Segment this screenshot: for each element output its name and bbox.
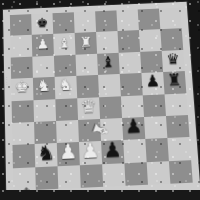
square-r8c2[interactable]	[35, 166, 58, 190]
square-r2c5[interactable]	[96, 31, 119, 53]
square-r1c3[interactable]	[53, 12, 75, 34]
square-r2c2[interactable]: ♟	[32, 34, 54, 56]
square-r5c1[interactable]	[12, 100, 34, 123]
square-r8c8[interactable]	[169, 160, 193, 184]
white-knight-c5[interactable]: ♞	[58, 77, 73, 93]
square-r3c5[interactable]: ♝	[97, 53, 120, 75]
square-r7c2[interactable]: ♞	[35, 143, 58, 167]
white-pawn-c2[interactable]: ♟	[59, 141, 78, 162]
square-r5c4[interactable]: ♛	[77, 97, 100, 120]
square-r5c5[interactable]	[99, 96, 122, 119]
black-king-b8[interactable]: ♚	[36, 16, 48, 29]
square-r1c5[interactable]	[95, 10, 117, 32]
white-pawn-d2[interactable]: ♟	[81, 140, 100, 161]
square-r3c8[interactable]: ♛	[162, 50, 185, 72]
square-r7c6[interactable]	[123, 139, 146, 163]
board-grid: ♚♟♝♜♝♛♚♞♞♟♜♛♝♟♞♟♟♟	[10, 8, 193, 191]
photo-stage: ♚♟♝♜♝♛♚♞♞♟♜♛♝♟♞♟♟♟ ❖ ····	[0, 0, 200, 200]
square-r7c3[interactable]: ♟	[57, 142, 80, 166]
square-r7c1[interactable]	[12, 144, 35, 168]
white-king-a5[interactable]: ♚	[15, 79, 30, 95]
black-rook-h5[interactable]: ♜	[167, 73, 182, 89]
square-r4c2[interactable]: ♞	[33, 77, 55, 100]
table-shadow	[0, 190, 200, 200]
square-r1c7[interactable]	[138, 9, 161, 31]
square-r7c7[interactable]	[145, 138, 169, 162]
square-r5c7[interactable]	[143, 94, 166, 117]
square-r1c6[interactable]	[116, 9, 139, 31]
square-r2c8[interactable]	[160, 29, 183, 51]
square-r8c7[interactable]	[147, 161, 171, 185]
white-bishop-c7[interactable]: ♝	[58, 36, 71, 50]
board-frame: ♚♟♝♜♝♛♚♞♞♟♜♛♝♟♞♟♟♟	[2, 1, 200, 200]
square-r3c1[interactable]	[11, 56, 33, 79]
square-r6c7[interactable]	[144, 116, 167, 139]
square-r4c6[interactable]	[120, 73, 143, 96]
square-r1c8[interactable]	[159, 8, 182, 30]
square-r6c6[interactable]: ♟	[122, 117, 145, 140]
black-pawn-g5[interactable]: ♟	[145, 74, 160, 90]
white-pawn-b7[interactable]: ♟	[36, 37, 49, 51]
board-edge-marking: ····	[4, 77, 9, 86]
black-queen-h6[interactable]: ♛	[166, 52, 180, 67]
black-pawn-f3[interactable]: ♟	[124, 116, 142, 136]
square-r2c7[interactable]	[139, 29, 162, 51]
square-r8c3[interactable]	[58, 165, 81, 189]
square-r4c5[interactable]	[98, 74, 121, 97]
square-r1c2[interactable]: ♚	[31, 13, 53, 35]
square-r8c6[interactable]	[124, 162, 148, 186]
chess-board: ♚♟♝♜♝♛♚♞♞♟♜♛♝♟♞♟♟♟ ❖ ····	[2, 1, 200, 200]
square-r2c6[interactable]	[118, 30, 141, 52]
square-r4c1[interactable]: ♚	[11, 78, 33, 101]
square-r3c3[interactable]	[54, 54, 76, 76]
square-r8c5[interactable]	[102, 163, 125, 187]
square-r4c3[interactable]: ♞	[55, 76, 78, 99]
black-knight-b2[interactable]: ♞	[37, 142, 56, 163]
square-r6c8[interactable]	[166, 115, 190, 138]
square-r7c4[interactable]: ♟	[79, 141, 102, 165]
black-bishop-e6[interactable]: ♝	[101, 55, 115, 70]
square-r3c4[interactable]	[75, 54, 98, 76]
square-r5c3[interactable]	[55, 98, 78, 121]
square-r2c1[interactable]	[10, 35, 32, 57]
square-r6c1[interactable]	[12, 122, 35, 145]
square-r7c5[interactable]: ♟	[101, 140, 124, 164]
white-rook-d7[interactable]: ♜	[79, 35, 92, 49]
square-r4c7[interactable]: ♟	[141, 72, 164, 95]
square-r1c1[interactable]	[10, 14, 32, 36]
square-r5c8[interactable]	[165, 93, 188, 116]
square-r2c4[interactable]: ♜	[75, 32, 97, 54]
square-r2c3[interactable]: ♝	[53, 33, 75, 55]
white-knight-b5[interactable]: ♞	[37, 78, 52, 94]
square-r4c8[interactable]: ♜	[163, 71, 186, 94]
white-queen-d4[interactable]: ♛	[80, 97, 97, 115]
square-r3c6[interactable]	[119, 52, 142, 74]
square-r3c2[interactable]	[32, 55, 54, 77]
black-pawn-e2[interactable]: ♟	[103, 139, 122, 160]
square-r3c7[interactable]	[140, 51, 163, 73]
square-r7c8[interactable]	[167, 137, 191, 161]
square-r1c4[interactable]	[74, 11, 96, 33]
square-r5c2[interactable]	[33, 99, 56, 122]
square-r8c4[interactable]	[80, 164, 103, 188]
